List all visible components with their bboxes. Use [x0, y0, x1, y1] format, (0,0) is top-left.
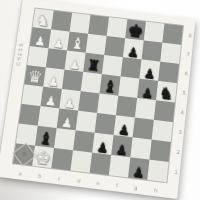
piece-black-pawn: ♟: [143, 67, 156, 81]
square-f3: ♟: [114, 115, 135, 137]
rank-label-3: 3: [178, 129, 182, 135]
square-g4: [135, 98, 156, 120]
piece-black-pawn: ♟: [117, 123, 130, 137]
square-g2: [130, 137, 151, 159]
photo-background: CHESS ♞♚♟♟♝♟♟♜♟♛♟♝♟♞♟♟♟♟♝♟♟♞♚♟ abcdefgh …: [0, 0, 200, 200]
square-g1: ♟: [128, 157, 149, 180]
square-d8: [88, 15, 109, 36]
square-f8: ♚: [125, 19, 146, 40]
file-label-b: b: [38, 173, 42, 179]
piece-white-pawn: ♟: [44, 94, 57, 108]
file-label-c: c: [57, 175, 61, 181]
square-e5: ♝: [99, 74, 120, 96]
square-g5: ♟: [137, 79, 158, 101]
square-h5: ♞: [156, 81, 177, 103]
file-label-e: e: [96, 180, 100, 186]
piece-black-pawn: ♟: [96, 140, 109, 154]
square-e4: [97, 93, 118, 115]
square-h1: [147, 160, 168, 183]
square-h2: [149, 140, 170, 162]
square-h4: [154, 100, 175, 122]
file-label-d: d: [77, 177, 81, 183]
rank-label-8: 8: [188, 32, 192, 38]
corner-emblem-knight-icon: ♞: [15, 145, 33, 163]
piece-black-pawn: ♟: [126, 45, 139, 59]
file-label-h: h: [154, 187, 158, 194]
piece-white-queen: ♛: [26, 68, 43, 86]
square-f6: [121, 57, 142, 78]
board-grid: ♞♚♟♟♝♟♟♜♟♛♟♝♟♞♟♟♟♟♝♟♟♞♚♟: [12, 7, 184, 183]
piece-white-pawn: ♟: [34, 34, 47, 48]
piece-white-pawn: ♟: [68, 58, 81, 72]
square-e1: [90, 153, 112, 175]
square-d7: [86, 34, 107, 55]
chess-board: CHESS ♞♚♟♟♝♟♟♜♟♛♟♝♟♞♟♟♟♟♝♟♟♞♚♟ abcdefgh …: [0, 0, 195, 199]
square-h6: [158, 62, 179, 83]
rank-label-1: 1: [174, 169, 178, 175]
emblem-knight-glyph: ♞: [20, 150, 28, 159]
square-e7: [104, 36, 125, 57]
rank-label-6: 6: [184, 70, 188, 76]
square-g6: ♟: [139, 59, 160, 80]
square-g7: [142, 40, 163, 61]
square-g3: [133, 118, 154, 140]
square-e8: [107, 17, 128, 38]
rank-label-4: 4: [180, 109, 184, 115]
piece-white-pawn: ♟: [63, 96, 76, 110]
piece-black-pawn: ♟: [115, 142, 128, 156]
square-d6: ♜: [83, 53, 104, 74]
square-f1: [109, 155, 131, 178]
piece-white-pawn: ♟: [52, 36, 65, 50]
file-label-a: a: [18, 170, 22, 176]
square-f5: [118, 76, 139, 98]
piece-white-knight: ♞: [35, 12, 51, 29]
square-d2: [73, 130, 95, 152]
square-f4: [116, 96, 137, 118]
square-e2: ♟: [92, 133, 113, 155]
square-g8: [144, 22, 165, 43]
piece-white-pawn: ♟: [47, 75, 60, 89]
piece-white-king: ♚: [34, 148, 53, 168]
piece-black-king: ♚: [127, 21, 145, 40]
piece-black-bishop: ♝: [102, 78, 118, 95]
square-h3: [152, 120, 173, 142]
square-d5: [81, 72, 102, 94]
piece-white-pawn: ♟: [60, 116, 73, 130]
piece-black-pawn: ♟: [141, 86, 154, 100]
square-h7: [160, 43, 181, 64]
square-e6: [102, 55, 123, 76]
file-label-f: f: [116, 182, 119, 188]
rank-label-7: 7: [186, 51, 190, 57]
square-f7: ♟: [123, 38, 144, 59]
piece-black-bishop: ♝: [37, 130, 54, 148]
square-h8: [162, 24, 183, 45]
piece-black-pawn: ♟: [132, 165, 145, 180]
rank-label-2: 2: [176, 149, 180, 155]
piece-white-bishop: ♝: [69, 36, 85, 53]
piece-black-rook: ♜: [86, 58, 101, 74]
square-d4: [78, 91, 99, 113]
file-label-g: g: [134, 184, 138, 191]
square-d1: [70, 150, 92, 172]
square-f2: ♟: [111, 135, 132, 157]
brand-text: CHESS: [15, 42, 24, 66]
square-d3: [76, 111, 97, 133]
piece-black-knight: ♞: [158, 85, 174, 102]
rank-label-5: 5: [182, 90, 186, 96]
square-e3: [95, 113, 116, 135]
